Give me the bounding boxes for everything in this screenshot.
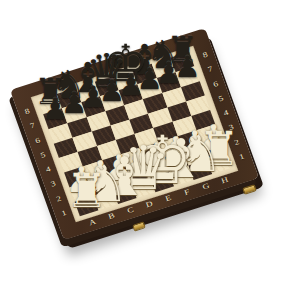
- rank-label-left-3: 3: [49, 176, 59, 192]
- rank-label-right-8: 8: [200, 47, 210, 63]
- rank-label-right-6: 6: [211, 76, 221, 92]
- rank-label-right-7: 7: [206, 61, 216, 77]
- rank-label-left-1: 1: [59, 205, 69, 221]
- rank-label-left-6: 6: [33, 133, 43, 149]
- chess-board: ABCDEFGH 87654321 87654321: [10, 28, 259, 240]
- rank-label-right-4: 4: [221, 105, 231, 121]
- rank-label-right-5: 5: [216, 90, 226, 106]
- rank-label-right-3: 3: [226, 120, 236, 136]
- rank-label-left-5: 5: [38, 147, 48, 163]
- rank-label-left-2: 2: [54, 191, 64, 207]
- rank-label-right-2: 2: [232, 134, 242, 150]
- rank-label-left-4: 4: [43, 162, 53, 178]
- brass-hinge-icon: [242, 184, 257, 195]
- rank-label-left-8: 8: [22, 103, 32, 119]
- brass-latch-icon: [132, 221, 146, 231]
- rank-label-right-1: 1: [237, 149, 247, 165]
- rank-label-left-7: 7: [28, 118, 38, 134]
- chess-set-photo: ABCDEFGH 87654321 87654321 ♜♞♝♛♚♝♞♜♟♟♟♟♟…: [0, 0, 285, 285]
